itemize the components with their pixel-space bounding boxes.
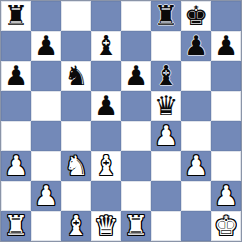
square-g5[interactable]: [181, 91, 211, 121]
square-a1[interactable]: ♜: [1, 211, 31, 241]
square-f1[interactable]: [151, 211, 181, 241]
square-a7[interactable]: [1, 31, 31, 61]
white-queen[interactable]: ♛: [94, 212, 118, 239]
black-pawn[interactable]: ♟: [124, 62, 148, 89]
square-a4[interactable]: [1, 121, 31, 151]
square-b4[interactable]: [31, 121, 61, 151]
white-bishop[interactable]: ♝: [64, 212, 88, 239]
black-pawn[interactable]: ♟: [94, 92, 118, 119]
square-a6[interactable]: ♟: [1, 61, 31, 91]
black-pawn[interactable]: ♟: [184, 32, 208, 59]
square-c7[interactable]: [61, 31, 91, 61]
square-h5[interactable]: [211, 91, 241, 121]
black-bishop[interactable]: ♝: [94, 32, 118, 59]
square-d2[interactable]: [91, 181, 121, 211]
square-c6[interactable]: ♞: [61, 61, 91, 91]
white-pawn[interactable]: ♟: [34, 182, 58, 209]
square-f4[interactable]: ♟: [151, 121, 181, 151]
black-bishop[interactable]: ♝: [154, 62, 178, 89]
black-pawn[interactable]: ♟: [214, 32, 238, 59]
square-g7[interactable]: ♟: [181, 31, 211, 61]
black-rook[interactable]: ♜: [4, 2, 28, 29]
square-c1[interactable]: ♝: [61, 211, 91, 241]
square-d8[interactable]: [91, 1, 121, 31]
square-b5[interactable]: [31, 91, 61, 121]
chess-board: ♜♜♚♟♝♟♟♟♞♟♝♟♛♟♟♞♝♟♟♟♜♝♛♜♚: [0, 0, 242, 242]
black-king[interactable]: ♚: [184, 2, 208, 29]
square-d6[interactable]: [91, 61, 121, 91]
white-pawn[interactable]: ♟: [184, 152, 208, 179]
white-pawn[interactable]: ♟: [4, 152, 28, 179]
square-a8[interactable]: ♜: [1, 1, 31, 31]
square-g2[interactable]: [181, 181, 211, 211]
square-f7[interactable]: [151, 31, 181, 61]
square-f8[interactable]: ♜: [151, 1, 181, 31]
square-g1[interactable]: [181, 211, 211, 241]
square-e7[interactable]: [121, 31, 151, 61]
square-d4[interactable]: [91, 121, 121, 151]
square-h4[interactable]: [211, 121, 241, 151]
square-f5[interactable]: ♛: [151, 91, 181, 121]
square-h2[interactable]: ♟: [211, 181, 241, 211]
square-g4[interactable]: [181, 121, 211, 151]
square-h3[interactable]: [211, 151, 241, 181]
square-e2[interactable]: [121, 181, 151, 211]
square-h6[interactable]: [211, 61, 241, 91]
square-d5[interactable]: ♟: [91, 91, 121, 121]
square-c2[interactable]: [61, 181, 91, 211]
square-a5[interactable]: [1, 91, 31, 121]
white-pawn[interactable]: ♟: [154, 122, 178, 149]
square-e5[interactable]: [121, 91, 151, 121]
square-e1[interactable]: ♜: [121, 211, 151, 241]
square-d1[interactable]: ♛: [91, 211, 121, 241]
square-a3[interactable]: ♟: [1, 151, 31, 181]
square-f6[interactable]: ♝: [151, 61, 181, 91]
black-pawn[interactable]: ♟: [34, 32, 58, 59]
square-g8[interactable]: ♚: [181, 1, 211, 31]
square-c4[interactable]: [61, 121, 91, 151]
white-king[interactable]: ♚: [214, 212, 238, 239]
square-g6[interactable]: [181, 61, 211, 91]
square-b2[interactable]: ♟: [31, 181, 61, 211]
square-f3[interactable]: [151, 151, 181, 181]
square-d3[interactable]: ♝: [91, 151, 121, 181]
square-c3[interactable]: ♞: [61, 151, 91, 181]
square-b3[interactable]: [31, 151, 61, 181]
square-e8[interactable]: [121, 1, 151, 31]
white-pawn[interactable]: ♟: [214, 182, 238, 209]
white-rook[interactable]: ♜: [124, 212, 148, 239]
square-b8[interactable]: [31, 1, 61, 31]
square-c5[interactable]: [61, 91, 91, 121]
square-b1[interactable]: [31, 211, 61, 241]
black-knight[interactable]: ♞: [64, 62, 88, 89]
square-g3[interactable]: ♟: [181, 151, 211, 181]
square-b7[interactable]: ♟: [31, 31, 61, 61]
square-h7[interactable]: ♟: [211, 31, 241, 61]
black-pawn[interactable]: ♟: [4, 62, 28, 89]
square-e4[interactable]: [121, 121, 151, 151]
square-c8[interactable]: [61, 1, 91, 31]
square-e3[interactable]: [121, 151, 151, 181]
square-e6[interactable]: ♟: [121, 61, 151, 91]
black-rook[interactable]: ♜: [154, 2, 178, 29]
white-knight[interactable]: ♞: [64, 152, 88, 179]
black-queen[interactable]: ♛: [154, 92, 178, 119]
square-h8[interactable]: [211, 1, 241, 31]
square-h1[interactable]: ♚: [211, 211, 241, 241]
white-rook[interactable]: ♜: [4, 212, 28, 239]
square-d7[interactable]: ♝: [91, 31, 121, 61]
square-b6[interactable]: [31, 61, 61, 91]
white-bishop[interactable]: ♝: [94, 152, 118, 179]
chess-board-grid: ♜♜♚♟♝♟♟♟♞♟♝♟♛♟♟♞♝♟♟♟♜♝♛♜♚: [1, 1, 241, 241]
square-f2[interactable]: [151, 181, 181, 211]
square-a2[interactable]: [1, 181, 31, 211]
